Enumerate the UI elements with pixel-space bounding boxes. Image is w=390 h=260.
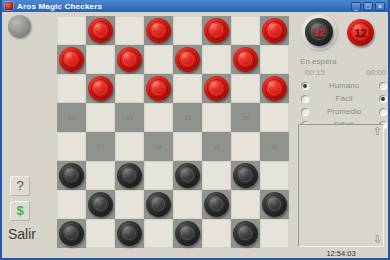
exit-button[interactable]: Salir	[8, 226, 36, 242]
red-piece[interactable]	[88, 76, 113, 101]
light-square	[86, 103, 115, 132]
square-number: 20	[260, 144, 289, 150]
light-square	[231, 132, 260, 161]
scroll-down-icon[interactable]: ⇩	[373, 234, 382, 245]
square-31[interactable]	[173, 219, 202, 248]
square-21[interactable]	[57, 161, 86, 190]
light-square	[260, 103, 289, 132]
light-square	[260, 45, 289, 74]
square-24[interactable]	[231, 161, 260, 190]
black-piece[interactable]	[204, 192, 229, 217]
light-square	[86, 161, 115, 190]
option-label: Fácil	[309, 94, 379, 103]
black-piece[interactable]	[175, 163, 200, 188]
red-piece[interactable]	[146, 76, 171, 101]
light-square	[144, 161, 173, 190]
square-16[interactable]: 16	[231, 103, 260, 132]
black-piece[interactable]	[233, 221, 258, 246]
square-27[interactable]	[202, 190, 231, 219]
black-piece[interactable]	[117, 221, 142, 246]
light-square	[173, 132, 202, 161]
square-11[interactable]	[202, 74, 231, 103]
scroll-up-icon[interactable]: ⇧	[373, 126, 382, 137]
square-17[interactable]: 17	[86, 132, 115, 161]
light-square	[57, 190, 86, 219]
radio-right-humano[interactable]	[379, 82, 387, 90]
light-square	[231, 74, 260, 103]
square-29[interactable]	[57, 219, 86, 248]
light-square	[57, 16, 86, 45]
light-square	[115, 74, 144, 103]
light-square	[144, 103, 173, 132]
radio-left-humano[interactable]	[301, 82, 309, 90]
red-piece[interactable]	[204, 76, 229, 101]
square-14[interactable]: 14	[115, 103, 144, 132]
client-area: ? $ Salir 1314151617181920 12 12 En espe…	[2, 12, 388, 258]
black-timer: 00:15	[305, 68, 325, 77]
black-piece-counter: 12	[305, 18, 333, 46]
black-piece[interactable]	[175, 221, 200, 246]
square-3[interactable]	[202, 16, 231, 45]
move-list[interactable]: ⇧ ⇩	[298, 124, 384, 247]
light-square	[260, 219, 289, 248]
window-title: Aros Magic Checkers	[17, 2, 349, 11]
red-piece-counter: 12	[347, 19, 374, 46]
option-label: Promedio	[309, 107, 379, 116]
light-square	[115, 132, 144, 161]
black-piece[interactable]	[146, 192, 171, 217]
light-square	[86, 219, 115, 248]
square-1[interactable]	[86, 16, 115, 45]
radio-left-promedio[interactable]	[301, 108, 309, 116]
light-square	[231, 16, 260, 45]
black-piece[interactable]	[88, 192, 113, 217]
option-row-promedio: Promedio	[301, 105, 387, 118]
square-18[interactable]: 18	[144, 132, 173, 161]
option-label: Humano	[309, 81, 379, 90]
black-piece[interactable]	[117, 163, 142, 188]
square-12[interactable]	[260, 74, 289, 103]
square-number: 13	[57, 115, 86, 121]
app-window: Aros Magic Checkers _ □ × ? $ Salir 1314…	[0, 0, 390, 260]
red-piece[interactable]	[146, 18, 171, 43]
light-square	[202, 103, 231, 132]
timers: 00:15 00:00	[305, 68, 386, 77]
square-32[interactable]	[231, 219, 260, 248]
light-square	[202, 219, 231, 248]
red-piece[interactable]	[88, 18, 113, 43]
light-square	[202, 161, 231, 190]
black-turn-indicator: 12	[301, 14, 337, 50]
square-28[interactable]	[260, 190, 289, 219]
red-piece[interactable]	[117, 47, 142, 72]
square-10[interactable]	[144, 74, 173, 103]
light-square	[202, 45, 231, 74]
red-piece[interactable]	[233, 47, 258, 72]
status-text: En espera	[300, 57, 336, 66]
square-6[interactable]	[115, 45, 144, 74]
square-26[interactable]	[144, 190, 173, 219]
square-30[interactable]	[115, 219, 144, 248]
square-25[interactable]	[86, 190, 115, 219]
square-number: 17	[86, 144, 115, 150]
light-square	[260, 161, 289, 190]
light-square	[173, 190, 202, 219]
black-piece[interactable]	[262, 192, 287, 217]
square-13[interactable]: 13	[57, 103, 86, 132]
square-4[interactable]	[260, 16, 289, 45]
light-square	[144, 219, 173, 248]
radio-right-facil[interactable]	[379, 95, 387, 103]
square-number: 14	[115, 115, 144, 121]
light-square	[115, 190, 144, 219]
light-square	[115, 16, 144, 45]
help-button[interactable]: ?	[10, 176, 30, 196]
light-square	[57, 74, 86, 103]
square-number: 15	[173, 115, 202, 121]
red-timer: 00:00	[366, 68, 386, 77]
square-number: 19	[202, 144, 231, 150]
red-piece[interactable]	[59, 47, 84, 72]
light-square	[57, 132, 86, 161]
square-20[interactable]: 20	[260, 132, 289, 161]
square-number: 18	[144, 144, 173, 150]
red-piece[interactable]	[175, 47, 200, 72]
light-square	[173, 74, 202, 103]
close-button[interactable]: ×	[375, 2, 385, 11]
square-22[interactable]	[115, 161, 144, 190]
square-number: 16	[231, 115, 260, 121]
board: 1314151617181920	[57, 16, 289, 248]
square-19[interactable]: 19	[202, 132, 231, 161]
app-icon	[5, 2, 13, 10]
option-row-facil: Fácil	[301, 92, 387, 105]
light-square	[86, 45, 115, 74]
square-9[interactable]	[86, 74, 115, 103]
red-piece[interactable]	[204, 18, 229, 43]
square-2[interactable]	[144, 16, 173, 45]
clock-text: 12:54:03	[298, 249, 384, 258]
black-piece[interactable]	[233, 163, 258, 188]
option-row-humano: Humano	[301, 79, 387, 92]
black-piece[interactable]	[59, 163, 84, 188]
maximize-button[interactable]: □	[363, 2, 373, 11]
radio-left-facil[interactable]	[301, 95, 309, 103]
red-piece[interactable]	[262, 76, 287, 101]
light-square	[231, 190, 260, 219]
radio-right-promedio[interactable]	[379, 108, 387, 116]
light-square	[173, 16, 202, 45]
black-piece[interactable]	[59, 221, 84, 246]
light-square	[144, 45, 173, 74]
square-7[interactable]	[173, 45, 202, 74]
square-8[interactable]	[231, 45, 260, 74]
donate-button[interactable]: $	[10, 201, 30, 221]
sphere-button[interactable]	[8, 15, 31, 38]
red-piece[interactable]	[262, 18, 287, 43]
square-23[interactable]	[173, 161, 202, 190]
square-5[interactable]	[57, 45, 86, 74]
titlebar[interactable]: Aros Magic Checkers _ □ ×	[2, 0, 388, 12]
square-15[interactable]: 15	[173, 103, 202, 132]
minimize-button[interactable]: _	[351, 2, 361, 11]
